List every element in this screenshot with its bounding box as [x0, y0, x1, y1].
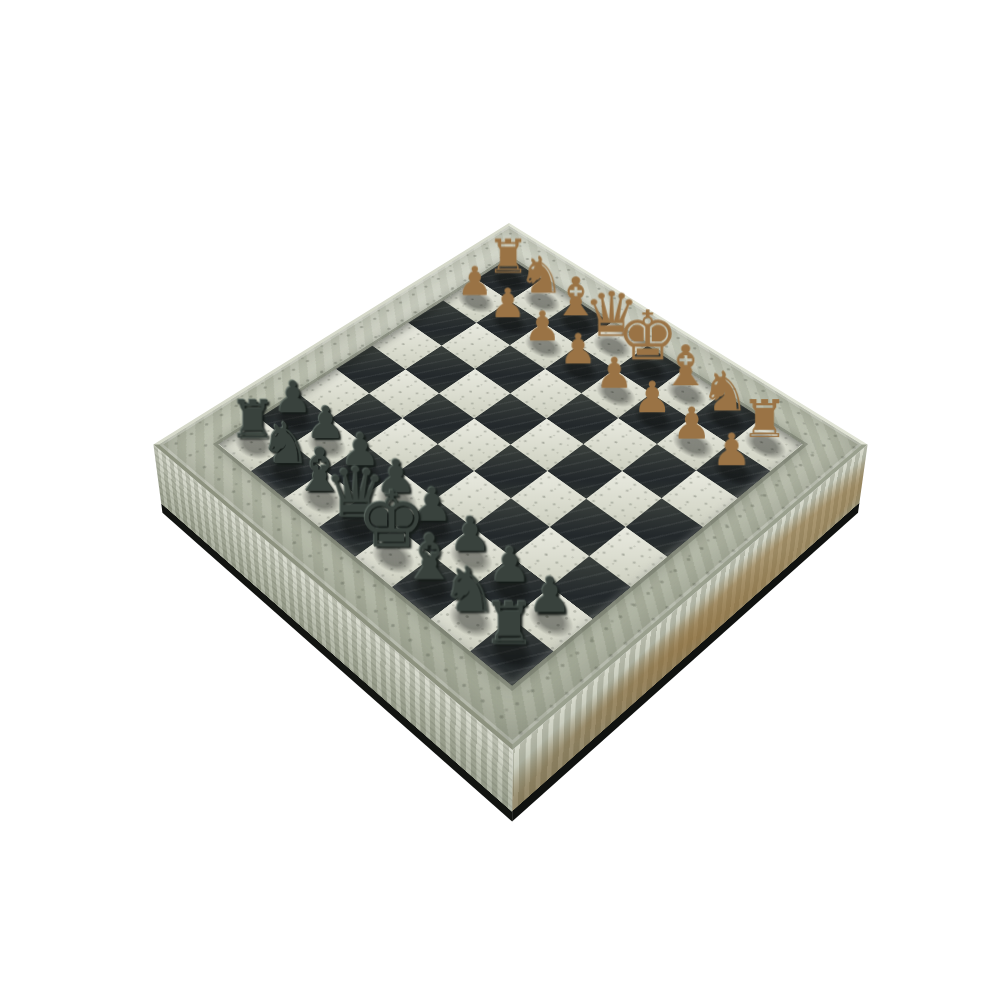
piece-white-pawn-d2[interactable]: ♟ [559, 328, 597, 370]
piece-white-pawn-b2[interactable]: ♟ [490, 283, 527, 324]
perspective-stage: ♜♞♝♛♚♝♞♜♟♟♟♟♟♟♟♟♟♟♟♟♟♟♟♟♜♞♝♛♚♝♞♜ [0, 0, 1000, 1000]
piece-white-pawn-f2[interactable]: ♟ [633, 376, 672, 419]
piece-white-pawn-h2[interactable]: ♟ [712, 427, 752, 472]
piece-white-pawn-e2[interactable]: ♟ [595, 352, 633, 395]
piece-black-rook-h8[interactable]: ♜ [483, 595, 536, 654]
product-photo-scene: ♜♞♝♛♚♝♞♜♟♟♟♟♟♟♟♟♟♟♟♟♟♟♟♟♜♞♝♛♚♝♞♜ [0, 0, 1000, 1000]
piece-white-pawn-g2[interactable]: ♟ [672, 401, 711, 445]
chess-box: ♜♞♝♛♚♝♞♜♟♟♟♟♟♟♟♟♟♟♟♟♟♟♟♟♜♞♝♛♚♝♞♜ [153, 223, 867, 750]
piece-white-pawn-c2[interactable]: ♟ [524, 305, 561, 346]
square-g3[interactable] [622, 444, 696, 498]
piece-white-pawn-a2[interactable]: ♟ [457, 262, 493, 302]
